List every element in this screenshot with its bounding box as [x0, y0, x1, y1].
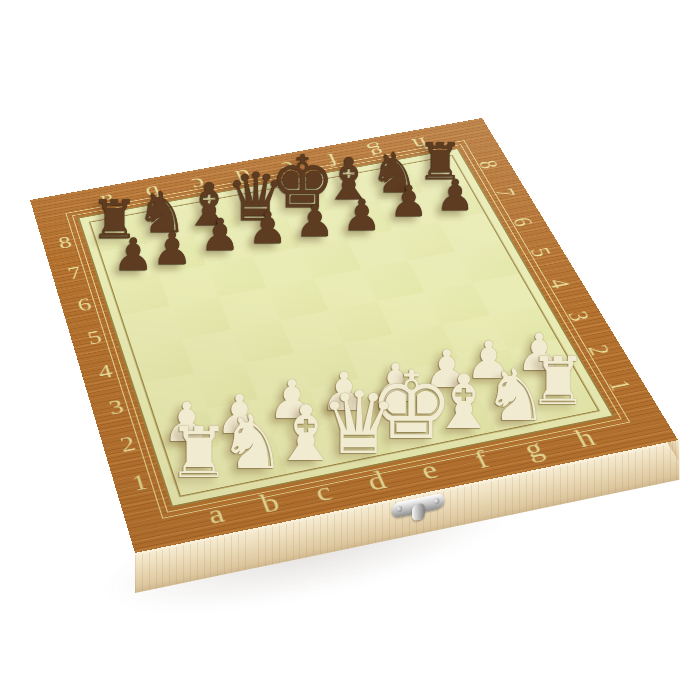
clasp-screw-left-icon — [396, 505, 402, 512]
chess-set-photo: aabbccddeeffgghh8877665544332211 ♜♞♝♛♚♝♞… — [0, 0, 700, 700]
clasp-knob — [412, 503, 425, 522]
piece-black-pawn-a7[interactable]: ♟ — [63, 233, 203, 278]
clasp-screw-right-icon — [434, 498, 440, 505]
piece-white-rook-a1[interactable]: ♜ — [129, 418, 269, 488]
